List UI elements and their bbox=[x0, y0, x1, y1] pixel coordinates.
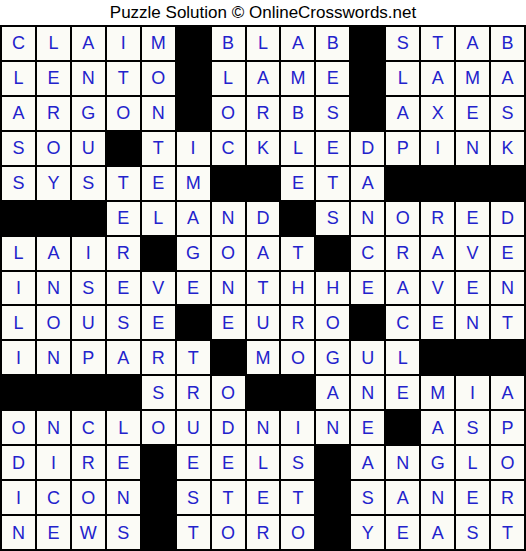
grid-cell: M bbox=[142, 27, 175, 60]
grid-cell: E bbox=[456, 481, 489, 514]
block-cell bbox=[177, 62, 210, 95]
block-cell bbox=[316, 237, 349, 270]
grid-cell: O bbox=[37, 306, 70, 339]
grid-cell: I bbox=[2, 272, 35, 305]
grid-cell: N bbox=[107, 481, 140, 514]
grid-cell: N bbox=[212, 202, 245, 235]
block-cell bbox=[351, 306, 384, 339]
block-cell bbox=[142, 516, 175, 549]
grid-cell: T bbox=[107, 167, 140, 200]
grid-cell: E bbox=[456, 202, 489, 235]
grid-cell: A bbox=[107, 341, 140, 374]
grid-cell: C bbox=[37, 481, 70, 514]
grid-cell: P bbox=[491, 411, 524, 444]
block-cell bbox=[177, 97, 210, 130]
grid-cell: N bbox=[2, 516, 35, 549]
grid-cell: S bbox=[456, 516, 489, 549]
block-cell bbox=[2, 202, 35, 235]
grid-cell: E bbox=[107, 202, 140, 235]
block-cell bbox=[351, 97, 384, 130]
grid-cell: M bbox=[247, 341, 280, 374]
block-cell bbox=[281, 376, 314, 409]
grid-cell: S bbox=[2, 132, 35, 165]
grid-cell: O bbox=[316, 306, 349, 339]
grid-cell: T bbox=[212, 481, 245, 514]
grid-cell: S bbox=[456, 411, 489, 444]
grid-cell: N bbox=[456, 132, 489, 165]
grid-cell: A bbox=[386, 481, 419, 514]
grid-cell: O bbox=[142, 62, 175, 95]
grid-cell: X bbox=[421, 97, 454, 130]
grid-cell: E bbox=[386, 516, 419, 549]
grid-cell: W bbox=[72, 516, 105, 549]
grid-cell: A bbox=[281, 27, 314, 60]
grid-cell: I bbox=[72, 237, 105, 270]
block-cell bbox=[247, 376, 280, 409]
block-cell bbox=[212, 341, 245, 374]
grid-cell: L bbox=[2, 306, 35, 339]
grid-cell: A bbox=[456, 27, 489, 60]
grid-cell: R bbox=[421, 202, 454, 235]
grid-cell: O bbox=[281, 516, 314, 549]
grid-cell: A bbox=[177, 202, 210, 235]
grid-cell: A bbox=[491, 376, 524, 409]
block-cell bbox=[247, 167, 280, 200]
block-cell bbox=[142, 446, 175, 479]
grid-cell: A bbox=[386, 97, 419, 130]
grid-cell: V bbox=[456, 237, 489, 270]
grid-cell: E bbox=[37, 62, 70, 95]
grid-cell: A bbox=[351, 446, 384, 479]
grid-cell: E bbox=[386, 376, 419, 409]
grid-cell: S bbox=[351, 481, 384, 514]
grid-cell: A bbox=[247, 237, 280, 270]
grid-cell: E bbox=[142, 306, 175, 339]
block-cell bbox=[491, 167, 524, 200]
grid-cell: S bbox=[177, 481, 210, 514]
block-cell bbox=[107, 132, 140, 165]
grid-cell: T bbox=[316, 167, 349, 200]
grid-cell: E bbox=[316, 62, 349, 95]
grid-cell: H bbox=[316, 272, 349, 305]
grid-cell: L bbox=[247, 446, 280, 479]
block-cell bbox=[421, 167, 454, 200]
grid-cell: B bbox=[491, 27, 524, 60]
grid-cell: S bbox=[72, 272, 105, 305]
grid-cell: T bbox=[491, 306, 524, 339]
grid-cell: G bbox=[72, 97, 105, 130]
grid-cell: A bbox=[421, 237, 454, 270]
grid-cell: A bbox=[421, 516, 454, 549]
grid-cell: L bbox=[456, 446, 489, 479]
grid-cell: N bbox=[37, 341, 70, 374]
grid-cell: V bbox=[142, 272, 175, 305]
grid-cell: L bbox=[386, 341, 419, 374]
grid-cell: D bbox=[212, 411, 245, 444]
block-cell bbox=[351, 62, 384, 95]
grid-cell: R bbox=[247, 97, 280, 130]
grid-cell: T bbox=[281, 237, 314, 270]
block-cell bbox=[2, 376, 35, 409]
grid-cell: R bbox=[107, 237, 140, 270]
grid-cell: N bbox=[491, 272, 524, 305]
grid-cell: G bbox=[316, 341, 349, 374]
grid-cell: T bbox=[107, 62, 140, 95]
grid-cell: E bbox=[177, 446, 210, 479]
grid-cell: S bbox=[491, 97, 524, 130]
grid-cell: N bbox=[351, 202, 384, 235]
grid-cell: S bbox=[316, 97, 349, 130]
grid-cell: R bbox=[281, 306, 314, 339]
grid-cell: L bbox=[2, 62, 35, 95]
grid-cell: S bbox=[316, 202, 349, 235]
grid-cell: C bbox=[212, 132, 245, 165]
grid-cell: M bbox=[421, 376, 454, 409]
grid-cell: I bbox=[177, 132, 210, 165]
grid-cell: N bbox=[142, 97, 175, 130]
grid-cell: Y bbox=[37, 167, 70, 200]
page-title: Puzzle Solution © OnlineCrosswords.net bbox=[0, 0, 526, 25]
block-cell bbox=[72, 376, 105, 409]
grid-cell: R bbox=[142, 341, 175, 374]
grid-cell: U bbox=[72, 132, 105, 165]
grid-cell: T bbox=[421, 27, 454, 60]
grid-cell: R bbox=[177, 376, 210, 409]
block-cell bbox=[177, 306, 210, 339]
grid-cell: N bbox=[247, 411, 280, 444]
grid-cell: O bbox=[72, 481, 105, 514]
grid-cell: C bbox=[386, 306, 419, 339]
page: Puzzle Solution © OnlineCrosswords.net C… bbox=[0, 0, 526, 551]
grid-cell: D bbox=[351, 132, 384, 165]
grid-cell: E bbox=[212, 306, 245, 339]
grid-cell: O bbox=[212, 516, 245, 549]
grid-cell: E bbox=[351, 411, 384, 444]
grid-cell: O bbox=[107, 97, 140, 130]
grid-cell: U bbox=[177, 411, 210, 444]
grid-cell: L bbox=[247, 27, 280, 60]
block-cell bbox=[386, 167, 419, 200]
grid-cell: A bbox=[491, 62, 524, 95]
grid-cell: I bbox=[107, 27, 140, 60]
crossword-grid: CLAIMBLABSTABLENTOLAMELAMAARGONORBSAXESS… bbox=[0, 25, 526, 551]
grid-cell: S bbox=[107, 306, 140, 339]
grid-cell: I bbox=[2, 481, 35, 514]
grid-cell: M bbox=[177, 167, 210, 200]
grid-cell: I bbox=[2, 341, 35, 374]
grid-cell: I bbox=[456, 376, 489, 409]
grid-cell: A bbox=[351, 167, 384, 200]
grid-cell: I bbox=[37, 446, 70, 479]
grid-cell: N bbox=[456, 306, 489, 339]
block-cell bbox=[37, 202, 70, 235]
block-cell bbox=[37, 376, 70, 409]
grid-cell: N bbox=[316, 411, 349, 444]
grid-cell: S bbox=[281, 446, 314, 479]
grid-cell: I bbox=[421, 132, 454, 165]
grid-cell: U bbox=[72, 306, 105, 339]
grid-cell: M bbox=[456, 62, 489, 95]
grid-cell: T bbox=[281, 481, 314, 514]
grid-cell: Y bbox=[351, 516, 384, 549]
block-cell bbox=[142, 237, 175, 270]
grid-cell: E bbox=[177, 272, 210, 305]
block-cell bbox=[177, 27, 210, 60]
grid-cell: O bbox=[491, 446, 524, 479]
grid-cell: E bbox=[247, 481, 280, 514]
grid-cell: B bbox=[281, 97, 314, 130]
grid-cell: N bbox=[351, 376, 384, 409]
grid-cell: S bbox=[72, 167, 105, 200]
grid-cell: L bbox=[107, 411, 140, 444]
grid-cell: O bbox=[212, 237, 245, 270]
grid-cell: S bbox=[107, 516, 140, 549]
grid-cell: L bbox=[142, 202, 175, 235]
block-cell bbox=[212, 167, 245, 200]
grid-cell: L bbox=[2, 237, 35, 270]
grid-cell: E bbox=[491, 237, 524, 270]
grid-cell: R bbox=[491, 481, 524, 514]
grid-cell: S bbox=[2, 167, 35, 200]
grid-cell: A bbox=[247, 62, 280, 95]
grid-cell: C bbox=[72, 411, 105, 444]
grid-cell: R bbox=[37, 97, 70, 130]
block-cell bbox=[107, 376, 140, 409]
grid-cell: O bbox=[281, 341, 314, 374]
grid-cell: A bbox=[37, 237, 70, 270]
grid-cell: C bbox=[351, 237, 384, 270]
grid-cell: E bbox=[212, 446, 245, 479]
grid-cell: E bbox=[456, 272, 489, 305]
grid-cell: L bbox=[212, 62, 245, 95]
grid-cell: D bbox=[491, 202, 524, 235]
grid-cell: A bbox=[421, 411, 454, 444]
grid-cell: E bbox=[37, 516, 70, 549]
grid-cell: E bbox=[281, 167, 314, 200]
block-cell bbox=[316, 446, 349, 479]
grid-cell: A bbox=[386, 272, 419, 305]
grid-cell: O bbox=[37, 132, 70, 165]
grid-cell: E bbox=[456, 97, 489, 130]
grid-cell: U bbox=[351, 341, 384, 374]
grid-cell: T bbox=[491, 516, 524, 549]
grid-cell: K bbox=[491, 132, 524, 165]
grid-cell: L bbox=[37, 27, 70, 60]
grid-cell: O bbox=[212, 97, 245, 130]
block-cell bbox=[456, 341, 489, 374]
grid-cell: U bbox=[247, 306, 280, 339]
grid-cell: E bbox=[107, 272, 140, 305]
grid-cell: G bbox=[177, 237, 210, 270]
grid-cell: O bbox=[142, 411, 175, 444]
grid-cell: T bbox=[177, 341, 210, 374]
grid-cell: A bbox=[316, 376, 349, 409]
grid-cell: S bbox=[386, 27, 419, 60]
grid-cell: C bbox=[2, 27, 35, 60]
grid-cell: O bbox=[212, 376, 245, 409]
grid-cell: M bbox=[281, 62, 314, 95]
block-cell bbox=[281, 202, 314, 235]
grid-cell: R bbox=[386, 237, 419, 270]
grid-cell: D bbox=[247, 202, 280, 235]
block-cell bbox=[351, 27, 384, 60]
grid-cell: E bbox=[142, 167, 175, 200]
grid-cell: O bbox=[2, 411, 35, 444]
grid-cell: K bbox=[247, 132, 280, 165]
block-cell bbox=[456, 167, 489, 200]
grid-cell: N bbox=[421, 481, 454, 514]
block-cell bbox=[316, 516, 349, 549]
grid-cell: D bbox=[2, 446, 35, 479]
grid-cell: L bbox=[386, 62, 419, 95]
grid-cell: T bbox=[142, 132, 175, 165]
grid-cell: E bbox=[421, 306, 454, 339]
block-cell bbox=[491, 341, 524, 374]
grid-cell: T bbox=[247, 272, 280, 305]
grid-cell: E bbox=[107, 446, 140, 479]
grid-cell: A bbox=[72, 27, 105, 60]
grid-cell: N bbox=[72, 62, 105, 95]
block-cell bbox=[421, 341, 454, 374]
grid-cell: V bbox=[421, 272, 454, 305]
grid-cell: N bbox=[37, 272, 70, 305]
grid-cell: B bbox=[212, 27, 245, 60]
grid-cell: E bbox=[316, 132, 349, 165]
grid-cell: A bbox=[2, 97, 35, 130]
grid-cell: I bbox=[281, 411, 314, 444]
grid-cell: S bbox=[142, 376, 175, 409]
grid-cell: T bbox=[177, 516, 210, 549]
block-cell bbox=[386, 411, 419, 444]
grid-cell: E bbox=[351, 272, 384, 305]
grid-cell: N bbox=[212, 272, 245, 305]
block-cell bbox=[72, 202, 105, 235]
grid-cell: P bbox=[72, 341, 105, 374]
block-cell bbox=[142, 481, 175, 514]
grid-cell: O bbox=[386, 202, 419, 235]
grid-cell: R bbox=[72, 446, 105, 479]
grid-cell: H bbox=[281, 272, 314, 305]
grid-cell: P bbox=[386, 132, 419, 165]
grid-cell: N bbox=[37, 411, 70, 444]
block-cell bbox=[316, 481, 349, 514]
grid-cell: R bbox=[247, 516, 280, 549]
grid-cell: G bbox=[421, 446, 454, 479]
grid-cell: L bbox=[281, 132, 314, 165]
grid-cell: B bbox=[316, 27, 349, 60]
grid-cell: A bbox=[421, 62, 454, 95]
grid-cell: N bbox=[386, 446, 419, 479]
